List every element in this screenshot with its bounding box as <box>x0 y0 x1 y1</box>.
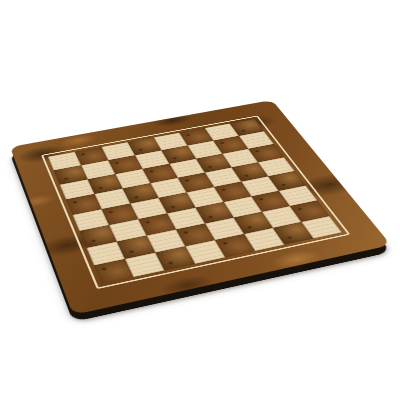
square-r2c5 <box>196 154 232 173</box>
square-r3c4 <box>178 173 214 193</box>
square-r1c3 <box>135 150 169 169</box>
square-r7c4 <box>215 234 255 257</box>
square-r0c0 <box>48 152 81 171</box>
square-r7c6 <box>273 222 313 245</box>
board-inlay-line <box>41 115 350 289</box>
square-r2c3 <box>143 164 178 183</box>
square-r1c4 <box>161 145 196 163</box>
square-r2c6 <box>222 149 258 168</box>
square-r7c5 <box>244 228 284 251</box>
square-r3c1 <box>94 188 130 209</box>
square-r6c6 <box>262 206 301 228</box>
square-r5c1 <box>109 219 147 241</box>
square-r2c0 <box>60 179 95 199</box>
square-r5c4 <box>196 202 234 224</box>
square-r3c6 <box>232 162 269 181</box>
square-r6c2 <box>147 229 186 252</box>
square-r1c0 <box>54 165 88 184</box>
square-r2c1 <box>88 174 123 194</box>
square-r4c4 <box>186 187 223 208</box>
square-r7c0 <box>94 259 133 284</box>
square-r3c0 <box>66 194 102 215</box>
square-r3c3 <box>150 178 186 198</box>
square-r6c3 <box>176 223 215 246</box>
board-top-layer <box>0 0 400 400</box>
square-r4c1 <box>102 203 139 225</box>
square-r1c1 <box>81 160 115 179</box>
board-side-layer <box>0 7 400 400</box>
square-r1c5 <box>187 141 222 159</box>
square-r6c1 <box>117 235 156 258</box>
square-r7c7 <box>301 216 342 238</box>
square-r4c6 <box>241 176 278 196</box>
square-r5c0 <box>79 225 116 248</box>
product-photo-canvas <box>0 0 400 400</box>
board-shadow <box>10 109 391 324</box>
square-r0c4 <box>154 133 188 151</box>
square-r4c3 <box>159 192 196 213</box>
square-r2c7 <box>248 144 284 162</box>
square-r7c1 <box>125 253 165 278</box>
square-r0c6 <box>205 123 239 140</box>
board-squares <box>48 119 342 284</box>
square-r0c5 <box>179 128 213 145</box>
square-r5c7 <box>279 185 318 206</box>
square-r4c7 <box>268 171 306 191</box>
square-r0c7 <box>230 119 264 136</box>
square-r6c5 <box>234 212 273 234</box>
square-r5c6 <box>251 191 289 212</box>
square-r7c3 <box>185 240 225 264</box>
square-r4c2 <box>130 198 167 219</box>
square-r3c5 <box>205 167 241 187</box>
square-r1c6 <box>213 136 248 154</box>
square-r0c1 <box>75 147 108 165</box>
square-r3c2 <box>123 183 159 203</box>
square-r1c7 <box>239 131 274 149</box>
board-shadow-layer <box>0 9 400 400</box>
square-r2c4 <box>169 159 204 178</box>
square-r0c3 <box>128 137 162 155</box>
square-r6c7 <box>290 200 330 222</box>
square-r6c4 <box>205 218 244 240</box>
square-r4c5 <box>214 182 251 202</box>
square-r0c2 <box>101 142 135 160</box>
square-r2c2 <box>115 169 150 189</box>
square-r6c0 <box>87 242 125 266</box>
chess-board <box>10 100 391 315</box>
square-r5c2 <box>138 213 176 235</box>
square-r1c2 <box>108 155 142 174</box>
square-r3c7 <box>258 157 295 176</box>
board-side-edge <box>10 107 391 322</box>
square-r4c0 <box>73 209 109 231</box>
square-r7c2 <box>155 246 195 270</box>
square-r5c5 <box>224 196 262 217</box>
square-r5c3 <box>167 208 205 230</box>
